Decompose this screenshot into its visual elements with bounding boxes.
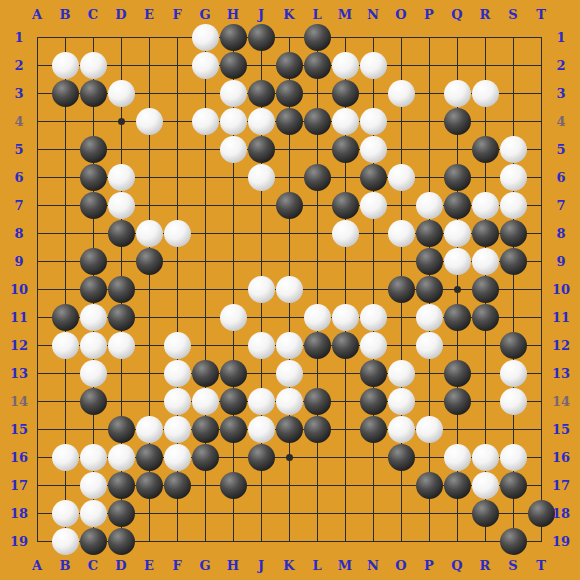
stone-black-D8[interactable] xyxy=(108,220,135,247)
stone-white-H5[interactable] xyxy=(220,136,247,163)
stone-white-O6[interactable] xyxy=(388,164,415,191)
stone-black-R8[interactable] xyxy=(472,220,499,247)
col-label-top-L: L xyxy=(312,7,321,22)
stone-black-S12[interactable] xyxy=(500,332,527,359)
col-label-bottom-J: J xyxy=(258,558,264,573)
stone-black-M3[interactable] xyxy=(332,80,359,107)
stone-white-N2[interactable] xyxy=(360,52,387,79)
stone-white-P11[interactable] xyxy=(416,304,443,331)
stone-black-L15[interactable] xyxy=(304,416,331,443)
stone-white-D3[interactable] xyxy=(108,80,135,107)
stone-white-G14[interactable] xyxy=(192,388,219,415)
stone-black-D15[interactable] xyxy=(108,416,135,443)
stone-white-D12[interactable] xyxy=(108,332,135,359)
col-label-top-D: D xyxy=(115,7,126,22)
stone-black-G13[interactable] xyxy=(192,360,219,387)
stone-black-H14[interactable] xyxy=(220,388,247,415)
stone-black-R5[interactable] xyxy=(472,136,499,163)
row-label-right-13: 13 xyxy=(552,366,570,381)
star-point-K16 xyxy=(286,454,293,461)
col-label-bottom-H: H xyxy=(227,558,239,573)
col-label-top-N: N xyxy=(367,7,379,22)
stone-black-D11[interactable] xyxy=(108,304,135,331)
stone-black-B11[interactable] xyxy=(52,304,79,331)
col-label-top-C: C xyxy=(88,7,98,22)
row-label-left-11: 11 xyxy=(10,310,28,325)
stone-white-N4[interactable] xyxy=(360,108,387,135)
stone-white-C16[interactable] xyxy=(80,444,107,471)
stone-black-C9[interactable] xyxy=(80,248,107,275)
stone-white-G2[interactable] xyxy=(192,52,219,79)
stone-black-R11[interactable] xyxy=(472,304,499,331)
stone-black-G16[interactable] xyxy=(192,444,219,471)
row-label-left-5: 5 xyxy=(14,142,23,157)
stone-white-M11[interactable] xyxy=(332,304,359,331)
row-label-left-9: 9 xyxy=(14,254,23,269)
col-label-bottom-A: A xyxy=(32,558,42,573)
stone-black-L2[interactable] xyxy=(304,52,331,79)
row-label-right-15: 15 xyxy=(552,422,570,437)
stone-white-J10[interactable] xyxy=(248,276,275,303)
stone-white-G4[interactable] xyxy=(192,108,219,135)
row-label-left-16: 16 xyxy=(10,450,28,465)
stone-black-Q7[interactable] xyxy=(444,192,471,219)
stone-black-S19[interactable] xyxy=(500,528,527,555)
stone-white-S14[interactable] xyxy=(500,388,527,415)
stone-black-R10[interactable] xyxy=(472,276,499,303)
stone-black-M5[interactable] xyxy=(332,136,359,163)
stone-white-B2[interactable] xyxy=(52,52,79,79)
stone-black-J1[interactable] xyxy=(248,24,275,51)
stone-black-C19[interactable] xyxy=(80,528,107,555)
stone-white-B12[interactable] xyxy=(52,332,79,359)
stone-black-Q4[interactable] xyxy=(444,108,471,135)
col-label-bottom-Q: Q xyxy=(451,558,462,573)
stone-black-Q6[interactable] xyxy=(444,164,471,191)
stone-white-C12[interactable] xyxy=(80,332,107,359)
col-label-top-M: M xyxy=(338,7,352,22)
col-label-bottom-T: T xyxy=(536,558,546,573)
stone-white-N11[interactable] xyxy=(360,304,387,331)
col-label-top-G: G xyxy=(199,7,210,22)
stone-black-S17[interactable] xyxy=(500,472,527,499)
stone-black-E17[interactable] xyxy=(136,472,163,499)
stone-white-G1[interactable] xyxy=(192,24,219,51)
row-label-right-8: 8 xyxy=(556,226,565,241)
stone-white-K13[interactable] xyxy=(276,360,303,387)
stone-black-N14[interactable] xyxy=(360,388,387,415)
col-label-top-E: E xyxy=(144,7,154,22)
stone-black-D10[interactable] xyxy=(108,276,135,303)
col-label-top-A: A xyxy=(32,7,42,22)
stone-black-N13[interactable] xyxy=(360,360,387,387)
stone-white-N5[interactable] xyxy=(360,136,387,163)
row-label-left-3: 3 xyxy=(14,86,23,101)
stone-white-J15[interactable] xyxy=(248,416,275,443)
stone-black-D18[interactable] xyxy=(108,500,135,527)
stone-white-F14[interactable] xyxy=(164,388,191,415)
row-label-left-15: 15 xyxy=(10,422,28,437)
row-label-right-6: 6 xyxy=(556,170,565,185)
row-label-left-6: 6 xyxy=(14,170,23,185)
row-label-left-14: 14 xyxy=(10,394,28,409)
stone-white-C18[interactable] xyxy=(80,500,107,527)
stone-black-Q13[interactable] xyxy=(444,360,471,387)
row-label-left-7: 7 xyxy=(14,198,23,213)
stone-black-L4[interactable] xyxy=(304,108,331,135)
stone-white-K12[interactable] xyxy=(276,332,303,359)
col-label-bottom-K: K xyxy=(283,558,294,573)
row-label-right-11: 11 xyxy=(552,310,570,325)
stone-black-C3[interactable] xyxy=(80,80,107,107)
stone-black-H2[interactable] xyxy=(220,52,247,79)
stone-white-O15[interactable] xyxy=(388,416,415,443)
stone-white-Q3[interactable] xyxy=(444,80,471,107)
stone-black-P9[interactable] xyxy=(416,248,443,275)
col-label-bottom-P: P xyxy=(424,558,434,573)
stone-white-H4[interactable] xyxy=(220,108,247,135)
stone-white-K10[interactable] xyxy=(276,276,303,303)
row-label-right-5: 5 xyxy=(556,142,565,157)
row-label-right-16: 16 xyxy=(552,450,570,465)
stone-white-F15[interactable] xyxy=(164,416,191,443)
stone-white-H11[interactable] xyxy=(220,304,247,331)
stone-black-H1[interactable] xyxy=(220,24,247,51)
row-label-left-4: 4 xyxy=(14,114,23,129)
stone-black-L14[interactable] xyxy=(304,388,331,415)
stone-white-D7[interactable] xyxy=(108,192,135,219)
col-label-top-P: P xyxy=(424,7,434,22)
stone-black-O16[interactable] xyxy=(388,444,415,471)
row-label-left-19: 19 xyxy=(10,534,28,549)
stone-white-P12[interactable] xyxy=(416,332,443,359)
row-label-left-18: 18 xyxy=(10,506,28,521)
stone-black-L6[interactable] xyxy=(304,164,331,191)
col-label-top-F: F xyxy=(172,7,181,22)
row-label-right-12: 12 xyxy=(552,338,570,353)
stone-black-P10[interactable] xyxy=(416,276,443,303)
stone-white-D16[interactable] xyxy=(108,444,135,471)
stone-white-R3[interactable] xyxy=(472,80,499,107)
stone-white-F8[interactable] xyxy=(164,220,191,247)
col-label-bottom-F: F xyxy=(172,558,181,573)
stone-white-J12[interactable] xyxy=(248,332,275,359)
stone-white-R17[interactable] xyxy=(472,472,499,499)
star-point-Q10 xyxy=(454,286,461,293)
stone-white-M2[interactable] xyxy=(332,52,359,79)
stone-white-F16[interactable] xyxy=(164,444,191,471)
stone-white-S13[interactable] xyxy=(500,360,527,387)
stone-white-E4[interactable] xyxy=(136,108,163,135)
row-label-left-8: 8 xyxy=(14,226,23,241)
stone-black-C6[interactable] xyxy=(80,164,107,191)
row-label-right-7: 7 xyxy=(556,198,565,213)
stone-black-R18[interactable] xyxy=(472,500,499,527)
stone-black-B3[interactable] xyxy=(52,80,79,107)
stone-white-C13[interactable] xyxy=(80,360,107,387)
stone-black-P17[interactable] xyxy=(416,472,443,499)
stone-white-P15[interactable] xyxy=(416,416,443,443)
stone-black-C5[interactable] xyxy=(80,136,107,163)
stone-black-S9[interactable] xyxy=(500,248,527,275)
stone-white-J14[interactable] xyxy=(248,388,275,415)
stone-black-D19[interactable] xyxy=(108,528,135,555)
stone-white-H3[interactable] xyxy=(220,80,247,107)
stone-white-Q16[interactable] xyxy=(444,444,471,471)
stone-black-C7[interactable] xyxy=(80,192,107,219)
star-point-D4 xyxy=(118,118,125,125)
col-label-bottom-N: N xyxy=(367,558,379,573)
stone-black-E9[interactable] xyxy=(136,248,163,275)
col-label-bottom-E: E xyxy=(144,558,154,573)
stone-black-D17[interactable] xyxy=(108,472,135,499)
stone-black-M12[interactable] xyxy=(332,332,359,359)
stone-white-S7[interactable] xyxy=(500,192,527,219)
row-label-left-17: 17 xyxy=(10,478,28,493)
stone-black-S8[interactable] xyxy=(500,220,527,247)
stone-black-Q17[interactable] xyxy=(444,472,471,499)
stone-white-P7[interactable] xyxy=(416,192,443,219)
go-board: AABBCCDDEEFFGGHHJJKKLLMMNNOOPPQQRRSSTT11… xyxy=(0,0,580,580)
stone-black-F17[interactable] xyxy=(164,472,191,499)
stone-black-K2[interactable] xyxy=(276,52,303,79)
stone-white-C17[interactable] xyxy=(80,472,107,499)
col-label-bottom-O: O xyxy=(395,558,406,573)
stone-black-E16[interactable] xyxy=(136,444,163,471)
stone-white-L11[interactable] xyxy=(304,304,331,331)
stone-white-C11[interactable] xyxy=(80,304,107,331)
row-label-right-17: 17 xyxy=(552,478,570,493)
col-label-top-R: R xyxy=(480,7,491,22)
col-label-bottom-S: S xyxy=(508,558,517,573)
stone-black-T18[interactable] xyxy=(528,500,555,527)
grid-vline-T xyxy=(541,37,542,542)
stone-black-J16[interactable] xyxy=(248,444,275,471)
stone-black-Q11[interactable] xyxy=(444,304,471,331)
col-label-top-J: J xyxy=(258,7,264,22)
stone-white-J4[interactable] xyxy=(248,108,275,135)
stone-black-J5[interactable] xyxy=(248,136,275,163)
col-label-top-S: S xyxy=(508,7,517,22)
col-label-bottom-R: R xyxy=(480,558,491,573)
col-label-bottom-D: D xyxy=(115,558,126,573)
stone-white-D6[interactable] xyxy=(108,164,135,191)
col-label-top-H: H xyxy=(227,7,239,22)
stone-white-F13[interactable] xyxy=(164,360,191,387)
stone-white-Q8[interactable] xyxy=(444,220,471,247)
col-label-top-Q: Q xyxy=(451,7,462,22)
stone-white-S16[interactable] xyxy=(500,444,527,471)
row-label-right-9: 9 xyxy=(556,254,565,269)
col-label-bottom-C: C xyxy=(88,558,98,573)
stone-white-Q9[interactable] xyxy=(444,248,471,275)
stone-white-E15[interactable] xyxy=(136,416,163,443)
col-label-bottom-G: G xyxy=(199,558,210,573)
row-label-left-12: 12 xyxy=(10,338,28,353)
stone-black-H13[interactable] xyxy=(220,360,247,387)
stone-white-F12[interactable] xyxy=(164,332,191,359)
stone-black-K3[interactable] xyxy=(276,80,303,107)
stone-white-O3[interactable] xyxy=(388,80,415,107)
col-label-bottom-M: M xyxy=(338,558,352,573)
col-label-top-B: B xyxy=(60,7,71,22)
col-label-bottom-L: L xyxy=(312,558,321,573)
row-label-left-2: 2 xyxy=(14,58,23,73)
stone-white-M4[interactable] xyxy=(332,108,359,135)
stone-black-G15[interactable] xyxy=(192,416,219,443)
row-label-right-19: 19 xyxy=(552,534,570,549)
row-label-left-10: 10 xyxy=(10,282,28,297)
stone-white-B18[interactable] xyxy=(52,500,79,527)
stone-white-S6[interactable] xyxy=(500,164,527,191)
stone-black-N15[interactable] xyxy=(360,416,387,443)
col-label-top-T: T xyxy=(536,7,546,22)
stone-white-O14[interactable] xyxy=(388,388,415,415)
stone-black-L1[interactable] xyxy=(304,24,331,51)
row-label-right-18: 18 xyxy=(552,506,570,521)
row-label-left-1: 1 xyxy=(14,30,23,45)
stone-black-M7[interactable] xyxy=(332,192,359,219)
stone-black-H15[interactable] xyxy=(220,416,247,443)
stone-black-Q14[interactable] xyxy=(444,388,471,415)
col-label-bottom-B: B xyxy=(60,558,71,573)
stone-black-P8[interactable] xyxy=(416,220,443,247)
row-label-right-10: 10 xyxy=(552,282,570,297)
stone-black-O10[interactable] xyxy=(388,276,415,303)
stone-white-N12[interactable] xyxy=(360,332,387,359)
col-label-top-O: O xyxy=(395,7,406,22)
stone-white-B16[interactable] xyxy=(52,444,79,471)
stone-white-M8[interactable] xyxy=(332,220,359,247)
stone-white-O13[interactable] xyxy=(388,360,415,387)
stone-white-C2[interactable] xyxy=(80,52,107,79)
stone-white-J6[interactable] xyxy=(248,164,275,191)
row-label-right-3: 3 xyxy=(556,86,565,101)
stone-white-R16[interactable] xyxy=(472,444,499,471)
stone-white-O8[interactable] xyxy=(388,220,415,247)
stone-black-C10[interactable] xyxy=(80,276,107,303)
stone-white-K14[interactable] xyxy=(276,388,303,415)
row-label-right-14: 14 xyxy=(552,394,570,409)
row-label-right-2: 2 xyxy=(556,58,565,73)
stone-black-K7[interactable] xyxy=(276,192,303,219)
stone-black-K4[interactable] xyxy=(276,108,303,135)
stone-white-N7[interactable] xyxy=(360,192,387,219)
stone-black-L12[interactable] xyxy=(304,332,331,359)
stone-white-R7[interactable] xyxy=(472,192,499,219)
col-label-top-K: K xyxy=(283,7,294,22)
stone-black-N6[interactable] xyxy=(360,164,387,191)
row-label-right-4: 4 xyxy=(556,114,565,129)
stone-black-C14[interactable] xyxy=(80,388,107,415)
stone-white-B19[interactable] xyxy=(52,528,79,555)
stone-white-R9[interactable] xyxy=(472,248,499,275)
row-label-left-13: 13 xyxy=(10,366,28,381)
stone-black-J3[interactable] xyxy=(248,80,275,107)
stone-black-K15[interactable] xyxy=(276,416,303,443)
row-label-right-1: 1 xyxy=(556,30,565,45)
stone-white-E8[interactable] xyxy=(136,220,163,247)
stone-white-S5[interactable] xyxy=(500,136,527,163)
stone-black-H17[interactable] xyxy=(220,472,247,499)
